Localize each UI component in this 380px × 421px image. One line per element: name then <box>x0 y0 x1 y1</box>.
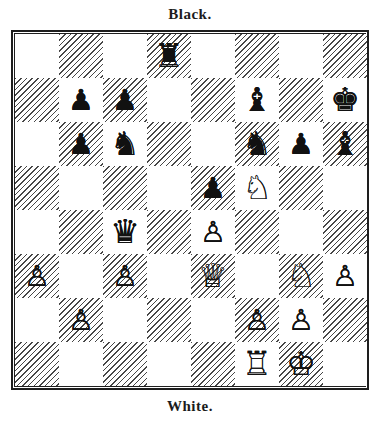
black-pawn: ♟ <box>68 78 94 122</box>
square-d7[interactable] <box>147 78 191 122</box>
black-pawn: ♟ <box>288 122 314 166</box>
square-a7[interactable] <box>15 78 59 122</box>
square-f4[interactable] <box>235 210 279 254</box>
white-king: ♔ <box>286 342 316 386</box>
square-c2[interactable] <box>103 298 147 342</box>
square-d2[interactable] <box>147 298 191 342</box>
square-e5[interactable]: ♟ <box>191 166 235 210</box>
white-pawn: ♙ <box>24 254 50 298</box>
square-g4[interactable] <box>279 210 323 254</box>
square-f1[interactable]: ♖ <box>235 342 279 386</box>
square-h4[interactable] <box>323 210 367 254</box>
black-knight: ♞ <box>110 122 140 166</box>
square-f3[interactable] <box>235 254 279 298</box>
square-g3[interactable]: ♘ <box>279 254 323 298</box>
white-rook: ♖ <box>242 342 272 386</box>
black-side-label: Black. <box>0 0 380 28</box>
square-b4[interactable] <box>59 210 103 254</box>
square-g1[interactable]: ♔ <box>279 342 323 386</box>
square-a3[interactable]: ♙ <box>15 254 59 298</box>
square-b6[interactable]: ♟ <box>59 122 103 166</box>
board-frame: ♜♟♟♝♚♟♞♞♟♝♟♘♛♙♙♙♕♘♙♙♙♙♖♔ <box>11 30 369 390</box>
square-b3[interactable] <box>59 254 103 298</box>
square-g8[interactable] <box>279 34 323 78</box>
white-queen: ♕ <box>198 254 228 298</box>
black-king: ♚ <box>330 78 360 122</box>
square-f2[interactable]: ♙ <box>235 298 279 342</box>
square-d6[interactable] <box>147 122 191 166</box>
black-knight: ♞ <box>242 122 272 166</box>
square-c5[interactable] <box>103 166 147 210</box>
square-a8[interactable] <box>15 34 59 78</box>
square-h6[interactable]: ♝ <box>323 122 367 166</box>
black-queen: ♛ <box>110 210 140 254</box>
white-knight: ♘ <box>242 166 272 210</box>
white-pawn: ♙ <box>332 254 358 298</box>
square-d4[interactable] <box>147 210 191 254</box>
square-c3[interactable]: ♙ <box>103 254 147 298</box>
board-inner-frame: ♜♟♟♝♚♟♞♞♟♝♟♘♛♙♙♙♕♘♙♙♙♙♖♔ <box>14 33 366 387</box>
square-d5[interactable] <box>147 166 191 210</box>
square-h3[interactable]: ♙ <box>323 254 367 298</box>
square-c4[interactable]: ♛ <box>103 210 147 254</box>
square-g5[interactable] <box>279 166 323 210</box>
square-c1[interactable] <box>103 342 147 386</box>
square-f8[interactable] <box>235 34 279 78</box>
square-b1[interactable] <box>59 342 103 386</box>
white-pawn: ♙ <box>200 210 226 254</box>
square-g7[interactable] <box>279 78 323 122</box>
square-b5[interactable] <box>59 166 103 210</box>
square-a4[interactable] <box>15 210 59 254</box>
square-e2[interactable] <box>191 298 235 342</box>
square-h5[interactable] <box>323 166 367 210</box>
square-f6[interactable]: ♞ <box>235 122 279 166</box>
square-b8[interactable] <box>59 34 103 78</box>
black-rook: ♜ <box>154 34 184 78</box>
square-e3[interactable]: ♕ <box>191 254 235 298</box>
square-d8[interactable]: ♜ <box>147 34 191 78</box>
square-e8[interactable] <box>191 34 235 78</box>
white-knight: ♘ <box>286 254 316 298</box>
square-c6[interactable]: ♞ <box>103 122 147 166</box>
square-d3[interactable] <box>147 254 191 298</box>
square-c7[interactable]: ♟ <box>103 78 147 122</box>
square-b2[interactable]: ♙ <box>59 298 103 342</box>
square-a1[interactable] <box>15 342 59 386</box>
white-side-label: White. <box>0 390 380 420</box>
square-h8[interactable] <box>323 34 367 78</box>
chess-board: ♜♟♟♝♚♟♞♞♟♝♟♘♛♙♙♙♕♘♙♙♙♙♖♔ <box>15 34 365 386</box>
black-bishop: ♝ <box>242 78 272 122</box>
square-h7[interactable]: ♚ <box>323 78 367 122</box>
square-h1[interactable] <box>323 342 367 386</box>
square-h2[interactable] <box>323 298 367 342</box>
square-g6[interactable]: ♟ <box>279 122 323 166</box>
black-pawn: ♟ <box>200 166 226 210</box>
square-e4[interactable]: ♙ <box>191 210 235 254</box>
square-a6[interactable] <box>15 122 59 166</box>
square-a2[interactable] <box>15 298 59 342</box>
square-f7[interactable]: ♝ <box>235 78 279 122</box>
black-bishop: ♝ <box>330 122 360 166</box>
square-b7[interactable]: ♟ <box>59 78 103 122</box>
square-g2[interactable]: ♙ <box>279 298 323 342</box>
square-c8[interactable] <box>103 34 147 78</box>
square-e1[interactable] <box>191 342 235 386</box>
square-e7[interactable] <box>191 78 235 122</box>
square-d1[interactable] <box>147 342 191 386</box>
black-pawn: ♟ <box>112 78 138 122</box>
white-pawn: ♙ <box>112 254 138 298</box>
white-pawn: ♙ <box>68 298 94 342</box>
square-e6[interactable] <box>191 122 235 166</box>
black-pawn: ♟ <box>68 122 94 166</box>
square-f5[interactable]: ♘ <box>235 166 279 210</box>
white-pawn: ♙ <box>244 298 270 342</box>
square-a5[interactable] <box>15 166 59 210</box>
white-pawn: ♙ <box>288 298 314 342</box>
